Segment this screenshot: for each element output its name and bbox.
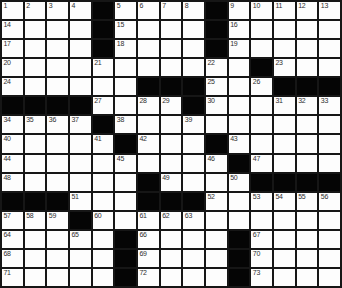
white-cell[interactable] [93, 231, 114, 248]
white-cell[interactable]: 23 [274, 59, 295, 76]
black-cell [229, 231, 250, 248]
white-cell[interactable] [25, 78, 46, 95]
white-cell[interactable]: 70 [251, 250, 272, 267]
white-cell[interactable] [47, 59, 68, 76]
white-cell[interactable] [93, 193, 114, 210]
white-cell[interactable]: 69 [138, 250, 159, 267]
clue-number: 17 [4, 40, 11, 48]
white-cell[interactable]: 42 [138, 135, 159, 152]
white-cell[interactable] [251, 116, 272, 133]
white-cell[interactable]: 16 [229, 21, 250, 38]
clue-number: 56 [321, 193, 328, 201]
clue-number: 1 [4, 2, 8, 10]
clue-number: 43 [230, 135, 237, 143]
clue-number: 44 [4, 155, 11, 163]
white-cell[interactable]: 51 [70, 193, 91, 210]
white-cell[interactable]: 48 [2, 174, 23, 191]
black-cell [206, 2, 227, 19]
black-cell [183, 78, 204, 95]
clue-number: 23 [275, 59, 282, 67]
white-cell[interactable] [70, 155, 91, 172]
white-cell[interactable] [319, 21, 340, 38]
white-cell[interactable] [115, 59, 136, 76]
white-cell[interactable] [274, 269, 295, 286]
white-cell[interactable] [297, 21, 318, 38]
white-cell[interactable] [70, 250, 91, 267]
white-cell[interactable] [25, 21, 46, 38]
white-cell[interactable]: 65 [70, 231, 91, 248]
white-cell[interactable]: 37 [70, 116, 91, 133]
white-cell[interactable] [25, 174, 46, 191]
black-cell [93, 116, 114, 133]
clue-number: 37 [71, 116, 78, 124]
white-cell[interactable] [319, 116, 340, 133]
white-cell[interactable] [274, 250, 295, 267]
clue-number: 5 [117, 2, 121, 10]
black-cell [138, 78, 159, 95]
white-cell[interactable]: 62 [161, 212, 182, 229]
white-cell[interactable]: 11 [274, 2, 295, 19]
white-cell[interactable] [183, 40, 204, 57]
black-cell [93, 40, 114, 57]
white-cell[interactable] [274, 155, 295, 172]
black-cell [161, 78, 182, 95]
white-cell[interactable] [93, 269, 114, 286]
clue-number: 12 [298, 2, 305, 10]
white-cell[interactable] [47, 78, 68, 95]
white-cell[interactable]: 34 [2, 116, 23, 133]
white-cell[interactable] [319, 269, 340, 286]
clue-number: 40 [4, 135, 11, 143]
black-cell [115, 269, 136, 286]
white-cell[interactable]: 27 [93, 97, 114, 114]
white-cell[interactable]: 53 [251, 193, 272, 210]
white-cell[interactable] [274, 135, 295, 152]
clue-number: 30 [207, 97, 214, 105]
white-cell[interactable]: 52 [206, 193, 227, 210]
white-cell[interactable]: 30 [206, 97, 227, 114]
white-cell[interactable] [47, 135, 68, 152]
white-cell[interactable] [70, 135, 91, 152]
white-cell[interactable] [229, 116, 250, 133]
white-cell[interactable] [93, 174, 114, 191]
clue-number: 45 [117, 155, 124, 163]
white-cell[interactable] [93, 78, 114, 95]
white-cell[interactable] [274, 21, 295, 38]
white-cell[interactable] [274, 231, 295, 248]
white-cell[interactable] [206, 250, 227, 267]
white-cell[interactable] [229, 97, 250, 114]
white-cell[interactable] [251, 40, 272, 57]
white-cell[interactable] [319, 155, 340, 172]
clue-number: 2 [26, 2, 30, 10]
clue-number: 42 [139, 135, 146, 143]
white-cell[interactable] [25, 40, 46, 57]
clue-number: 16 [230, 21, 237, 29]
black-cell [115, 231, 136, 248]
black-cell [251, 174, 272, 191]
black-cell [2, 97, 23, 114]
white-cell[interactable] [161, 40, 182, 57]
clue-number: 13 [321, 2, 328, 10]
white-cell[interactable]: 22 [206, 59, 227, 76]
white-cell[interactable]: 15 [115, 21, 136, 38]
white-cell[interactable]: 28 [138, 97, 159, 114]
black-cell [115, 135, 136, 152]
clue-number: 29 [162, 97, 169, 105]
clue-number: 70 [253, 250, 260, 258]
white-cell[interactable]: 33 [319, 97, 340, 114]
white-cell[interactable] [229, 193, 250, 210]
white-cell[interactable]: 10 [251, 2, 272, 19]
white-cell[interactable] [47, 250, 68, 267]
black-cell [297, 78, 318, 95]
white-cell[interactable]: 54 [274, 193, 295, 210]
clue-number: 39 [185, 116, 192, 124]
white-cell[interactable] [47, 155, 68, 172]
white-cell[interactable] [274, 212, 295, 229]
white-cell[interactable]: 2 [25, 2, 46, 19]
clue-number: 51 [71, 193, 78, 201]
white-cell[interactable] [183, 135, 204, 152]
white-cell[interactable] [138, 40, 159, 57]
clue-number: 36 [49, 116, 56, 124]
black-cell [25, 97, 46, 114]
white-cell[interactable] [93, 155, 114, 172]
white-cell[interactable] [206, 231, 227, 248]
clue-number: 24 [4, 78, 11, 86]
white-cell[interactable]: 63 [183, 212, 204, 229]
white-cell[interactable] [161, 59, 182, 76]
white-cell[interactable] [47, 269, 68, 286]
white-cell[interactable] [297, 231, 318, 248]
white-cell[interactable] [115, 97, 136, 114]
clue-number: 57 [4, 212, 11, 220]
white-cell[interactable] [161, 250, 182, 267]
white-cell[interactable] [297, 116, 318, 133]
white-cell[interactable] [138, 59, 159, 76]
white-cell[interactable]: 43 [229, 135, 250, 152]
white-cell[interactable]: 39 [183, 116, 204, 133]
white-cell[interactable]: 68 [2, 250, 23, 267]
black-cell [93, 2, 114, 19]
white-cell[interactable] [70, 78, 91, 95]
white-cell[interactable] [161, 155, 182, 172]
white-cell[interactable] [274, 40, 295, 57]
crossword-grid: 1234567891011121314151617181920212223242… [0, 0, 342, 288]
white-cell[interactable] [297, 59, 318, 76]
white-cell[interactable]: 36 [47, 116, 68, 133]
white-cell[interactable] [297, 135, 318, 152]
clue-number: 53 [253, 193, 260, 201]
clue-number: 48 [4, 174, 11, 182]
black-cell [161, 193, 182, 210]
white-cell[interactable]: 46 [206, 155, 227, 172]
white-cell[interactable]: 61 [138, 212, 159, 229]
white-cell[interactable] [25, 231, 46, 248]
clue-number: 8 [185, 2, 189, 10]
clue-number: 33 [321, 97, 328, 105]
white-cell[interactable] [25, 59, 46, 76]
clue-number: 35 [26, 116, 33, 124]
black-cell [319, 78, 340, 95]
white-cell[interactable] [183, 174, 204, 191]
clue-number: 7 [162, 2, 166, 10]
white-cell[interactable] [183, 155, 204, 172]
clue-number: 14 [4, 21, 11, 29]
white-cell[interactable]: 60 [93, 212, 114, 229]
white-cell[interactable]: 9 [229, 2, 250, 19]
clue-number: 50 [230, 174, 237, 182]
white-cell[interactable]: 58 [25, 212, 46, 229]
black-cell [93, 21, 114, 38]
white-cell[interactable] [183, 231, 204, 248]
white-cell[interactable]: 3 [47, 2, 68, 19]
white-cell[interactable]: 67 [251, 231, 272, 248]
white-cell[interactable]: 55 [297, 193, 318, 210]
white-cell[interactable] [161, 269, 182, 286]
white-cell[interactable] [183, 269, 204, 286]
white-cell[interactable] [319, 135, 340, 152]
white-cell[interactable] [206, 116, 227, 133]
white-cell[interactable] [319, 40, 340, 57]
white-cell[interactable] [297, 250, 318, 267]
white-cell[interactable]: 72 [138, 269, 159, 286]
clue-number: 69 [139, 250, 146, 258]
white-cell[interactable]: 5 [115, 2, 136, 19]
white-cell[interactable] [297, 40, 318, 57]
white-cell[interactable] [251, 97, 272, 114]
white-cell[interactable] [70, 21, 91, 38]
white-cell[interactable] [251, 21, 272, 38]
white-cell[interactable]: 41 [93, 135, 114, 152]
clue-number: 62 [162, 212, 169, 220]
clue-number: 41 [94, 135, 101, 143]
white-cell[interactable] [251, 135, 272, 152]
clue-number: 15 [117, 21, 124, 29]
white-cell[interactable] [161, 116, 182, 133]
clue-number: 20 [4, 59, 11, 67]
clue-number: 3 [49, 2, 53, 10]
white-cell[interactable] [161, 135, 182, 152]
black-cell [251, 59, 272, 76]
white-cell[interactable] [25, 269, 46, 286]
white-cell[interactable]: 25 [206, 78, 227, 95]
black-cell [274, 174, 295, 191]
clue-number: 63 [185, 212, 192, 220]
white-cell[interactable]: 14 [2, 21, 23, 38]
clue-number: 32 [298, 97, 305, 105]
black-cell [274, 78, 295, 95]
white-cell[interactable]: 19 [229, 40, 250, 57]
clue-number: 4 [71, 2, 75, 10]
clue-number: 64 [4, 231, 11, 239]
white-cell[interactable] [319, 231, 340, 248]
white-cell[interactable]: 40 [2, 135, 23, 152]
clue-number: 25 [207, 78, 214, 86]
black-cell [2, 193, 23, 210]
white-cell[interactable] [319, 59, 340, 76]
white-cell[interactable] [274, 116, 295, 133]
white-cell[interactable]: 21 [93, 59, 114, 76]
white-cell[interactable]: 38 [115, 116, 136, 133]
clue-number: 38 [117, 116, 124, 124]
black-cell [47, 193, 68, 210]
black-cell [229, 250, 250, 267]
clue-number: 34 [4, 116, 11, 124]
white-cell[interactable]: 47 [251, 155, 272, 172]
white-cell[interactable] [319, 212, 340, 229]
white-cell[interactable] [229, 212, 250, 229]
white-cell[interactable] [115, 212, 136, 229]
white-cell[interactable] [206, 212, 227, 229]
white-cell[interactable]: 18 [115, 40, 136, 57]
black-cell [206, 135, 227, 152]
black-cell [183, 97, 204, 114]
white-cell[interactable] [183, 59, 204, 76]
black-cell [25, 193, 46, 210]
white-cell[interactable] [47, 231, 68, 248]
clue-number: 59 [49, 212, 56, 220]
clue-number: 49 [162, 174, 169, 182]
clue-number: 67 [253, 231, 260, 239]
clue-number: 31 [275, 97, 282, 105]
white-cell[interactable] [93, 250, 114, 267]
clue-number: 65 [71, 231, 78, 239]
white-cell[interactable] [183, 21, 204, 38]
black-cell [70, 212, 91, 229]
white-cell[interactable]: 45 [115, 155, 136, 172]
white-cell[interactable] [115, 174, 136, 191]
white-cell[interactable] [229, 59, 250, 76]
clue-number: 52 [207, 193, 214, 201]
white-cell[interactable]: 57 [2, 212, 23, 229]
clue-number: 73 [253, 269, 260, 277]
clue-number: 47 [253, 155, 260, 163]
white-cell[interactable]: 73 [251, 269, 272, 286]
white-cell[interactable] [47, 21, 68, 38]
white-cell[interactable] [25, 135, 46, 152]
white-cell[interactable]: 7 [161, 2, 182, 19]
clue-number: 22 [207, 59, 214, 67]
clue-number: 6 [139, 2, 143, 10]
clue-number: 71 [4, 269, 11, 277]
white-cell[interactable] [297, 212, 318, 229]
clue-number: 66 [139, 231, 146, 239]
white-cell[interactable] [251, 212, 272, 229]
white-cell[interactable]: 8 [183, 2, 204, 19]
white-cell[interactable] [70, 174, 91, 191]
white-cell[interactable]: 32 [297, 97, 318, 114]
black-cell [115, 250, 136, 267]
clue-number: 54 [275, 193, 282, 201]
clue-number: 58 [26, 212, 33, 220]
white-cell[interactable] [138, 155, 159, 172]
clue-number: 27 [94, 97, 101, 105]
white-cell[interactable]: 66 [138, 231, 159, 248]
white-cell[interactable]: 13 [319, 2, 340, 19]
clue-number: 61 [139, 212, 146, 220]
white-cell[interactable] [183, 250, 204, 267]
white-cell[interactable]: 1 [2, 2, 23, 19]
white-cell[interactable]: 6 [138, 2, 159, 19]
black-cell [297, 174, 318, 191]
white-cell[interactable]: 50 [229, 174, 250, 191]
clue-number: 60 [94, 212, 101, 220]
white-cell[interactable]: 4 [70, 2, 91, 19]
white-cell[interactable] [47, 174, 68, 191]
white-cell[interactable] [25, 155, 46, 172]
black-cell [70, 97, 91, 114]
clue-number: 10 [253, 2, 260, 10]
white-cell[interactable] [319, 250, 340, 267]
white-cell[interactable] [47, 40, 68, 57]
white-cell[interactable] [115, 193, 136, 210]
white-cell[interactable]: 12 [297, 2, 318, 19]
white-cell[interactable] [297, 155, 318, 172]
black-cell [183, 193, 204, 210]
black-cell [229, 269, 250, 286]
white-cell[interactable]: 24 [2, 78, 23, 95]
black-cell [138, 174, 159, 191]
clue-number: 68 [4, 250, 11, 258]
white-cell[interactable] [161, 231, 182, 248]
white-cell[interactable] [25, 250, 46, 267]
white-cell[interactable] [70, 40, 91, 57]
white-cell[interactable]: 59 [47, 212, 68, 229]
white-cell[interactable] [115, 78, 136, 95]
clue-number: 28 [139, 97, 146, 105]
black-cell [47, 97, 68, 114]
white-cell[interactable]: 29 [161, 97, 182, 114]
black-cell [138, 193, 159, 210]
clue-number: 18 [117, 40, 124, 48]
white-cell[interactable]: 20 [2, 59, 23, 76]
white-cell[interactable] [161, 21, 182, 38]
white-cell[interactable]: 26 [251, 78, 272, 95]
clue-number: 19 [230, 40, 237, 48]
black-cell [206, 21, 227, 38]
clue-number: 55 [298, 193, 305, 201]
white-cell[interactable] [229, 78, 250, 95]
clue-number: 46 [207, 155, 214, 163]
white-cell[interactable] [206, 174, 227, 191]
white-cell[interactable]: 44 [2, 155, 23, 172]
black-cell [229, 155, 250, 172]
white-cell[interactable] [206, 269, 227, 286]
white-cell[interactable]: 35 [25, 116, 46, 133]
clue-number: 21 [94, 59, 101, 67]
white-cell[interactable] [70, 59, 91, 76]
white-cell[interactable] [138, 21, 159, 38]
white-cell[interactable]: 56 [319, 193, 340, 210]
white-cell[interactable] [70, 269, 91, 286]
white-cell[interactable]: 71 [2, 269, 23, 286]
white-cell[interactable] [138, 116, 159, 133]
white-cell[interactable]: 17 [2, 40, 23, 57]
black-cell [319, 174, 340, 191]
clue-number: 72 [139, 269, 146, 277]
white-cell[interactable] [297, 269, 318, 286]
white-cell[interactable]: 64 [2, 231, 23, 248]
clue-number: 11 [275, 2, 282, 10]
black-cell [206, 40, 227, 57]
white-cell[interactable]: 49 [161, 174, 182, 191]
white-cell[interactable]: 31 [274, 97, 295, 114]
clue-number: 9 [230, 2, 234, 10]
clue-number: 26 [253, 78, 260, 86]
